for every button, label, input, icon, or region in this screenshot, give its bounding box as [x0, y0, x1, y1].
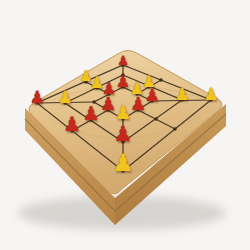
peg-yellow-middle-w[interactable]: ♟	[57, 89, 72, 106]
peg-yellow-inner-s[interactable]: ♟	[114, 103, 131, 122]
peg-red-inner-se[interactable]: ♟	[130, 95, 146, 113]
peg-red-middle-s[interactable]: ♟	[114, 124, 133, 145]
peg-red-outer-w[interactable]: ♟	[29, 89, 44, 106]
peg-red-inner-e[interactable]: ♟	[144, 87, 159, 104]
peg-red-outer-sw[interactable]: ♟	[63, 114, 81, 134]
peg-red-inner-n[interactable]: ♟	[116, 74, 130, 90]
peg-red-outer-n[interactable]: ♟	[117, 54, 129, 67]
morris-board: ♟♟♟♟♟♟♟♟♟♟♟♟♟♟♟♟♟♟♟	[0, 0, 250, 250]
peg-yellow-outer-e[interactable]: ♟	[203, 86, 218, 103]
peg-yellow-middle-e[interactable]: ♟	[174, 86, 189, 103]
photo-background: ♟♟♟♟♟♟♟♟♟♟♟♟♟♟♟♟♟♟♟	[0, 0, 250, 250]
pegs-layer: ♟♟♟♟♟♟♟♟♟♟♟♟♟♟♟♟♟♟♟	[0, 0, 250, 250]
peg-yellow-outer-s[interactable]: ♟	[112, 151, 134, 175]
peg-red-middle-sw[interactable]: ♟	[82, 104, 99, 123]
